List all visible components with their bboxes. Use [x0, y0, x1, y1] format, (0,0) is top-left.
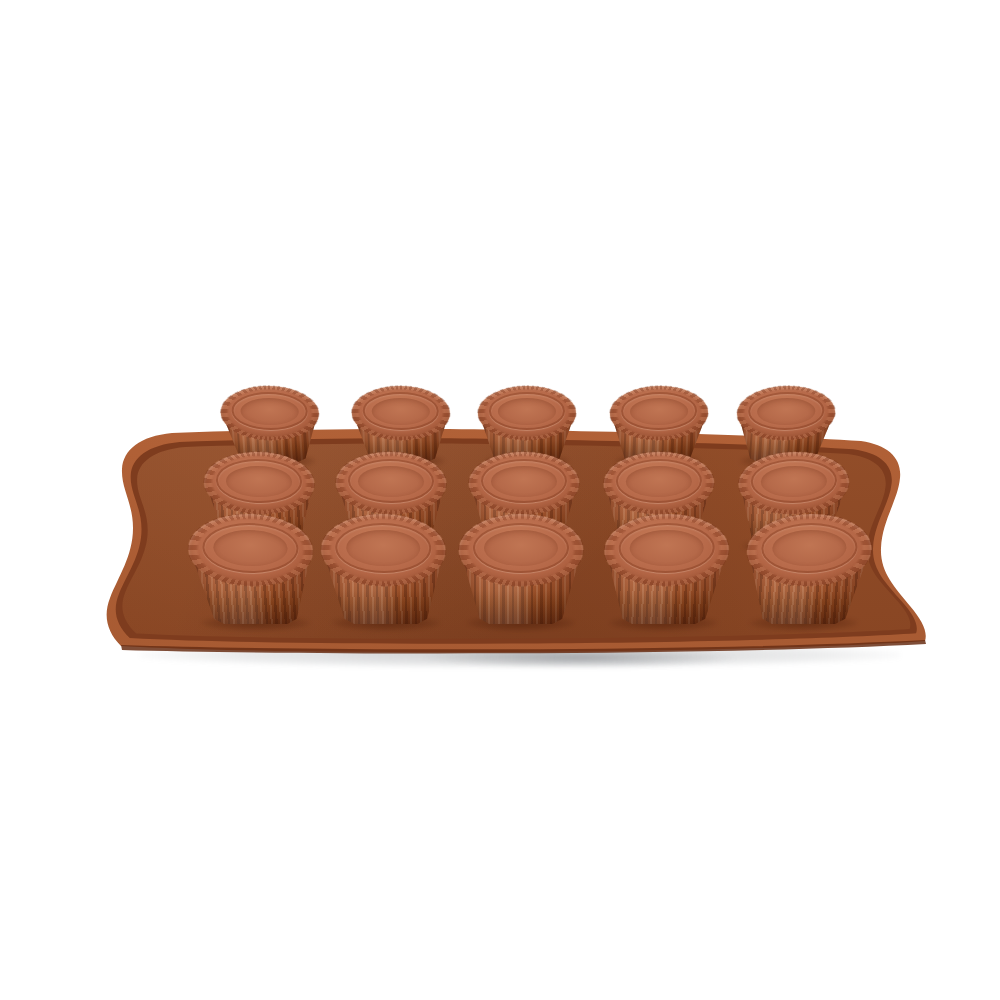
- cavity-top-face: [478, 386, 576, 440]
- cavity-top-face: [351, 386, 451, 440]
- cavity-top-face: [320, 514, 447, 586]
- product-photo: [0, 0, 1000, 1000]
- cavity-top-face: [335, 452, 447, 514]
- cavity-center-oval: [345, 530, 421, 566]
- cavity-center-oval: [239, 398, 300, 425]
- cavity-top-face: [186, 514, 315, 586]
- cavity-top-face: [219, 386, 321, 440]
- cavity-top-face: [202, 452, 316, 514]
- cavity-top-face: [459, 514, 583, 586]
- cavity-top-face: [469, 452, 579, 514]
- cavity-top-face: [603, 514, 730, 586]
- cavity-top-face: [609, 386, 709, 440]
- mold-cavity: [459, 514, 583, 624]
- mold-cavity: [320, 514, 448, 624]
- mold-cavity: [742, 514, 874, 624]
- mold-cavity: [602, 514, 730, 624]
- cavity-grid: [0, 0, 1000, 1000]
- mold-cavity: [351, 386, 451, 462]
- cavity-center-oval: [225, 466, 293, 497]
- mold-cavity: [186, 514, 318, 624]
- cavity-center-oval: [484, 530, 558, 566]
- cavity-top-face: [603, 452, 715, 514]
- cavity-center-oval: [357, 466, 424, 497]
- cavity-center-oval: [491, 466, 557, 497]
- cavity-center-oval: [625, 466, 692, 497]
- cavity-center-oval: [371, 398, 431, 425]
- mold-cavity: [219, 386, 322, 462]
- cavity-center-oval: [498, 398, 557, 425]
